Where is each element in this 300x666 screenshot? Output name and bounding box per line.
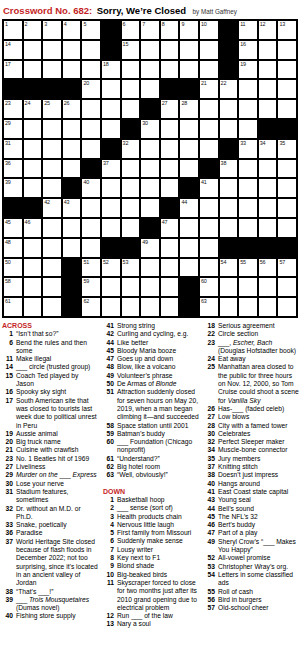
white-cell[interactable]: [23, 60, 43, 80]
clue-text: Manhattan area closed to the public for …: [218, 363, 300, 404]
white-cell[interactable]: [121, 277, 141, 297]
white-cell[interactable]: 17: [3, 60, 23, 80]
clue-text: Attraction suddenly closed for seven hou…: [117, 388, 199, 421]
white-cell[interactable]: 57: [277, 258, 297, 278]
cell-number: 20: [83, 80, 89, 87]
clue-across-63: 63“Well, obviously!”: [103, 471, 199, 479]
white-cell[interactable]: [121, 198, 141, 218]
white-cell[interactable]: 7: [140, 20, 160, 40]
white-cell[interactable]: [23, 159, 43, 179]
white-cell[interactable]: 32: [121, 139, 141, 159]
white-cell[interactable]: 18: [101, 60, 121, 80]
white-cell[interactable]: [238, 277, 258, 297]
white-cell[interactable]: [121, 218, 141, 238]
white-cell[interactable]: [160, 297, 180, 317]
white-cell[interactable]: [121, 297, 141, 317]
clue-text: The NFL’s 32: [218, 513, 300, 521]
white-cell[interactable]: [160, 238, 180, 258]
clue-text: Old-school cheer: [218, 604, 300, 612]
white-cell[interactable]: 43: [62, 198, 82, 218]
cell-number: 43: [64, 199, 70, 206]
white-cell[interactable]: [81, 218, 101, 238]
white-cell[interactable]: 5: [81, 20, 101, 40]
white-cell[interactable]: [23, 119, 43, 139]
white-cell[interactable]: [238, 159, 258, 179]
white-cell[interactable]: [258, 79, 278, 99]
white-cell[interactable]: [277, 198, 297, 218]
white-cell[interactable]: [140, 297, 160, 317]
clue-text: Suddenly make sense: [117, 537, 199, 545]
white-cell[interactable]: [140, 60, 160, 80]
white-cell[interactable]: 26: [62, 99, 82, 119]
white-cell[interactable]: [199, 119, 219, 139]
white-cell[interactable]: 14: [3, 40, 23, 60]
clue-down-47: 47Part of a play: [204, 529, 300, 537]
white-cell[interactable]: [101, 178, 121, 198]
clue-text: ___ Trois Mousquetaires (Dumas novel): [16, 596, 98, 613]
white-cell[interactable]: [62, 40, 82, 60]
white-cell[interactable]: [62, 139, 82, 159]
white-cell[interactable]: [258, 277, 278, 297]
clue-number: 34: [204, 446, 215, 454]
clue-across-33: 33Snake, poetically: [2, 521, 98, 529]
white-cell[interactable]: 1: [3, 20, 23, 40]
clue-across-50: 50De Armas of Blonde: [103, 380, 199, 388]
white-cell[interactable]: 51: [81, 258, 101, 278]
white-cell[interactable]: [179, 258, 199, 278]
clue-text: Hangs around: [218, 480, 300, 488]
white-cell[interactable]: [277, 159, 297, 179]
white-cell[interactable]: [62, 238, 82, 258]
clue-text: Nary a soul: [117, 620, 199, 628]
white-cell[interactable]: 60: [199, 277, 219, 297]
white-cell[interactable]: [199, 99, 219, 119]
clue-number: 6: [2, 339, 13, 356]
white-cell[interactable]: 21: [199, 79, 219, 99]
white-cell[interactable]: [199, 40, 219, 60]
black-square: [219, 20, 239, 40]
white-cell[interactable]: [101, 99, 121, 119]
clue-number: 7: [103, 546, 114, 554]
white-cell[interactable]: [199, 139, 219, 159]
white-cell[interactable]: [277, 218, 297, 238]
white-cell[interactable]: [258, 159, 278, 179]
white-cell[interactable]: [160, 258, 180, 278]
white-cell[interactable]: 54: [219, 258, 239, 278]
white-cell[interactable]: 42: [42, 198, 62, 218]
white-cell[interactable]: [42, 159, 62, 179]
clue-text: “Isn’t that so?”: [16, 330, 98, 338]
clue-text: Make illegal: [16, 355, 98, 363]
black-square: [160, 198, 180, 218]
white-cell[interactable]: [42, 238, 62, 258]
white-cell[interactable]: 34: [258, 139, 278, 159]
white-cell[interactable]: [23, 238, 43, 258]
white-cell[interactable]: [199, 198, 219, 218]
white-cell[interactable]: [121, 99, 141, 119]
clue-across-62: 62Big hotel room: [103, 463, 199, 471]
clue-number: 23: [2, 455, 13, 463]
white-cell[interactable]: [42, 119, 62, 139]
across-heading: ACROSS: [2, 322, 98, 330]
white-cell[interactable]: [219, 277, 239, 297]
white-cell[interactable]: [179, 119, 199, 139]
cell-number: 8: [162, 21, 165, 28]
clue-number: 27: [204, 413, 215, 421]
white-cell[interactable]: [199, 60, 219, 80]
white-cell[interactable]: 15: [121, 40, 141, 60]
white-cell[interactable]: [42, 139, 62, 159]
clue-down-24: 24Eat away: [204, 355, 300, 363]
clue-text: ___ circle (trusted group): [16, 363, 98, 371]
cell-number: 30: [142, 120, 148, 127]
white-cell[interactable]: 16: [238, 40, 258, 60]
white-cell[interactable]: [238, 119, 258, 139]
clue-across-16: 16Spooky sky sight: [2, 388, 98, 396]
white-cell[interactable]: [277, 79, 297, 99]
white-cell[interactable]: [101, 119, 121, 139]
cell-number: 10: [201, 21, 207, 28]
white-cell[interactable]: [258, 198, 278, 218]
white-cell[interactable]: 2: [23, 20, 43, 40]
white-cell[interactable]: 52: [101, 258, 121, 278]
white-cell[interactable]: [140, 139, 160, 159]
white-cell[interactable]: [238, 79, 258, 99]
white-cell[interactable]: 44: [179, 198, 199, 218]
white-cell[interactable]: [258, 297, 278, 317]
white-cell[interactable]: [277, 40, 297, 60]
clue-number: 19: [2, 430, 13, 438]
clue-number: 32: [204, 438, 215, 446]
clue-text: Big truck name: [16, 438, 98, 446]
white-cell[interactable]: [140, 277, 160, 297]
white-cell[interactable]: 61: [3, 297, 23, 317]
white-cell[interactable]: [81, 139, 101, 159]
clue-number: 14: [2, 363, 13, 371]
white-cell[interactable]: [258, 60, 278, 80]
white-cell[interactable]: [42, 258, 62, 278]
white-cell[interactable]: [140, 79, 160, 99]
white-cell[interactable]: 20: [81, 79, 101, 99]
white-cell[interactable]: [258, 40, 278, 60]
white-cell[interactable]: [62, 119, 82, 139]
white-cell[interactable]: [101, 198, 121, 218]
white-cell[interactable]: [219, 119, 239, 139]
white-cell[interactable]: [219, 99, 239, 119]
white-cell[interactable]: [62, 218, 82, 238]
white-cell[interactable]: 3: [42, 20, 62, 40]
white-cell[interactable]: 24: [23, 99, 43, 119]
black-square: [199, 159, 219, 179]
white-cell[interactable]: [81, 99, 101, 119]
cell-number: 52: [103, 259, 109, 266]
white-cell[interactable]: 33: [238, 139, 258, 159]
white-cell[interactable]: 59: [81, 277, 101, 297]
cell-number: 14: [5, 41, 11, 48]
white-cell[interactable]: 47: [160, 218, 180, 238]
white-cell[interactable]: 11: [238, 20, 258, 40]
white-cell[interactable]: 58: [3, 277, 23, 297]
clue-across-32: 32Dr. without an M.D. or Ph.D.: [2, 505, 98, 522]
white-cell[interactable]: 22: [219, 79, 239, 99]
white-cell[interactable]: [258, 218, 278, 238]
clue-down-52: 52All-vowel promise: [204, 554, 300, 562]
clue-number: 30: [2, 480, 13, 488]
white-cell[interactable]: [179, 60, 199, 80]
white-cell[interactable]: [140, 178, 160, 198]
cell-number: 28: [181, 100, 187, 107]
white-cell[interactable]: [121, 178, 141, 198]
white-cell[interactable]: [23, 40, 43, 60]
white-cell[interactable]: 9: [179, 20, 199, 40]
white-cell[interactable]: [160, 178, 180, 198]
white-cell[interactable]: [42, 60, 62, 80]
white-cell[interactable]: 40: [81, 178, 101, 198]
white-cell[interactable]: [140, 198, 160, 218]
white-cell[interactable]: 27: [160, 99, 180, 119]
clue-across-61: 61“Understand?”: [103, 455, 199, 463]
clue-number: 8: [103, 554, 114, 562]
cell-number: 18: [103, 61, 109, 68]
clue-number: 51: [103, 388, 114, 421]
white-cell[interactable]: [238, 198, 258, 218]
clue-text: Coach Ted played by Jason: [16, 372, 98, 389]
white-cell[interactable]: [101, 297, 121, 317]
white-cell[interactable]: [179, 40, 199, 60]
cell-number: 54: [221, 259, 227, 266]
white-cell[interactable]: [121, 60, 141, 80]
white-cell[interactable]: [42, 277, 62, 297]
black-square: [140, 99, 160, 119]
puzzle-title: Sorry, We’re Closed: [97, 5, 186, 16]
clue-text: Letters in some classified ads: [218, 571, 300, 588]
white-cell[interactable]: [101, 277, 121, 297]
white-cell[interactable]: [81, 119, 101, 139]
white-cell[interactable]: [277, 99, 297, 119]
cell-number: 55: [240, 259, 246, 266]
white-cell[interactable]: [160, 139, 180, 159]
clue-number: 16: [2, 388, 13, 396]
white-cell[interactable]: 31: [3, 139, 23, 159]
clue-number: 28: [204, 422, 215, 430]
white-cell[interactable]: [62, 60, 82, 80]
white-cell[interactable]: 10: [199, 20, 219, 40]
white-cell[interactable]: [101, 218, 121, 238]
white-cell[interactable]: [140, 258, 160, 278]
black-square: [179, 297, 199, 317]
white-cell[interactable]: [219, 218, 239, 238]
white-cell[interactable]: [199, 258, 219, 278]
white-cell[interactable]: 19: [238, 60, 258, 80]
white-cell[interactable]: 35: [277, 139, 297, 159]
white-cell[interactable]: [238, 99, 258, 119]
cell-number: 12: [260, 21, 266, 28]
white-cell[interactable]: [238, 297, 258, 317]
white-cell[interactable]: 53: [121, 258, 141, 278]
clue-text: Spooky sky sight: [16, 388, 98, 396]
white-cell[interactable]: 55: [238, 258, 258, 278]
clue-number: 40: [204, 480, 215, 488]
white-cell[interactable]: [238, 178, 258, 198]
white-cell[interactable]: [23, 139, 43, 159]
clue-text: Volunteer’s phrase: [117, 372, 199, 380]
white-cell[interactable]: 48: [3, 238, 23, 258]
white-cell[interactable]: [258, 99, 278, 119]
white-cell[interactable]: [219, 178, 239, 198]
clue-across-60: 60___ Foundation (Chicago nonprofit): [103, 438, 199, 455]
white-cell[interactable]: 49: [140, 238, 160, 258]
clue-down-10: 10Big-beaked birds: [103, 571, 199, 579]
white-cell[interactable]: [160, 60, 180, 80]
white-cell[interactable]: [160, 277, 180, 297]
clue-number: 61: [103, 455, 114, 463]
clue-across-27: 27Liveliness: [2, 463, 98, 471]
white-cell[interactable]: [23, 178, 43, 198]
white-cell[interactable]: [81, 198, 101, 218]
black-square: [179, 79, 199, 99]
white-cell[interactable]: [23, 258, 43, 278]
white-cell[interactable]: [101, 79, 121, 99]
cell-number: 11: [240, 21, 245, 28]
clue-number: 43: [204, 496, 215, 504]
white-cell[interactable]: [179, 218, 199, 238]
clue-number: 17: [2, 397, 13, 430]
cell-number: 44: [181, 199, 187, 206]
white-cell[interactable]: [81, 238, 101, 258]
white-cell[interactable]: [179, 139, 199, 159]
white-cell[interactable]: 56: [258, 258, 278, 278]
white-cell[interactable]: 50: [3, 258, 23, 278]
clue-number: 21: [2, 446, 13, 454]
white-cell[interactable]: 28: [179, 99, 199, 119]
clue-text: Part of a play: [218, 529, 300, 537]
white-cell[interactable]: [42, 40, 62, 60]
cell-number: 1: [5, 21, 8, 28]
white-cell[interactable]: [199, 238, 219, 258]
clue-number: 38: [2, 588, 13, 596]
white-cell[interactable]: 25: [42, 99, 62, 119]
clue-number: 47: [103, 355, 114, 363]
white-cell[interactable]: [23, 277, 43, 297]
clue-text: Circle section: [218, 330, 300, 338]
white-cell[interactable]: [81, 60, 101, 80]
white-cell[interactable]: [219, 297, 239, 317]
white-cell[interactable]: 4: [62, 20, 82, 40]
white-cell[interactable]: 38: [219, 159, 239, 179]
clue-number: 62: [103, 463, 114, 471]
white-cell[interactable]: 12: [258, 20, 278, 40]
cell-number: 53: [123, 259, 129, 266]
clue-number: 35: [204, 455, 215, 463]
white-cell[interactable]: [277, 60, 297, 80]
white-cell[interactable]: 45: [3, 218, 23, 238]
clue-down-26: 26Has-___ (faded celeb): [204, 405, 300, 413]
white-cell[interactable]: [121, 79, 141, 99]
white-cell[interactable]: 62: [81, 297, 101, 317]
white-cell[interactable]: 36: [3, 159, 23, 179]
clue-text: Roll of cash: [218, 588, 300, 596]
white-cell[interactable]: [160, 40, 180, 60]
white-cell[interactable]: 37: [101, 159, 121, 179]
white-cell[interactable]: [62, 159, 82, 179]
clue-text: First family from Missouri: [117, 529, 199, 537]
cell-number: 62: [83, 298, 89, 305]
clue-text: Serious agreement: [218, 322, 300, 330]
clue-across-44: 44Like better: [103, 339, 199, 347]
white-cell[interactable]: [277, 178, 297, 198]
white-cell[interactable]: [23, 297, 43, 317]
white-cell[interactable]: 30: [140, 119, 160, 139]
black-square: [121, 238, 141, 258]
white-cell[interactable]: [199, 218, 219, 238]
white-cell[interactable]: [277, 277, 297, 297]
white-cell[interactable]: [277, 297, 297, 317]
clue-text: Dr. without an M.D. or Ph.D.: [16, 505, 98, 522]
cell-number: 47: [162, 219, 168, 226]
clue-across-15: 15Coach Ted played by Jason: [2, 372, 98, 389]
white-cell[interactable]: [81, 40, 101, 60]
clue-number: 57: [204, 604, 215, 612]
white-cell[interactable]: 13: [277, 20, 297, 40]
cell-number: 46: [25, 219, 31, 226]
black-square: [140, 218, 160, 238]
clue-down-38: 38Doesn’t just impress: [204, 471, 300, 479]
white-cell[interactable]: 29: [3, 119, 23, 139]
cell-number: 39: [5, 179, 11, 186]
clue-number: 13: [103, 620, 114, 628]
white-cell[interactable]: [160, 159, 180, 179]
black-square: [62, 277, 82, 297]
white-cell[interactable]: [258, 178, 278, 198]
cell-number: 29: [5, 120, 11, 127]
black-square: [3, 79, 23, 99]
white-cell[interactable]: [179, 238, 199, 258]
white-cell[interactable]: [219, 198, 239, 218]
clue-number: 44: [103, 339, 114, 347]
clue-across-51: 51Attraction suddenly closed for seven h…: [103, 388, 199, 421]
white-cell[interactable]: [160, 119, 180, 139]
white-cell[interactable]: [140, 159, 160, 179]
clue-across-40: 40Fishing store supply: [2, 612, 98, 620]
white-cell[interactable]: 46: [23, 218, 43, 238]
white-cell[interactable]: 63: [199, 297, 219, 317]
white-cell[interactable]: [42, 218, 62, 238]
clue-text: Bert’s buddy: [218, 521, 300, 529]
white-cell[interactable]: 41: [199, 178, 219, 198]
white-cell[interactable]: [238, 218, 258, 238]
clue-text: Bell’s sound: [218, 505, 300, 513]
white-cell[interactable]: [179, 159, 199, 179]
clue-text: Blow, like a volcano: [117, 363, 199, 371]
black-square: [160, 79, 180, 99]
white-cell[interactable]: 23: [3, 99, 23, 119]
white-cell[interactable]: [121, 159, 141, 179]
clue-number: 22: [204, 330, 215, 338]
clue-text: Bird in burgers: [218, 596, 300, 604]
white-cell[interactable]: [42, 297, 62, 317]
white-cell[interactable]: 8: [160, 20, 180, 40]
cell-number: 2: [25, 21, 28, 28]
white-cell[interactable]: 39: [3, 178, 23, 198]
clue-area: ACROSS1“Isn’t that so?”6Bend the rules a…: [0, 318, 300, 629]
white-cell[interactable]: 6: [121, 20, 141, 40]
clue-number: 37: [2, 538, 13, 588]
clue-text: World Heritage Site closed because of fl…: [16, 538, 98, 588]
white-cell[interactable]: [42, 178, 62, 198]
clue-down-41: 41East Coast state capital: [204, 488, 300, 496]
clue-across-19: 19Aussie animal: [2, 430, 98, 438]
white-cell[interactable]: [140, 40, 160, 60]
